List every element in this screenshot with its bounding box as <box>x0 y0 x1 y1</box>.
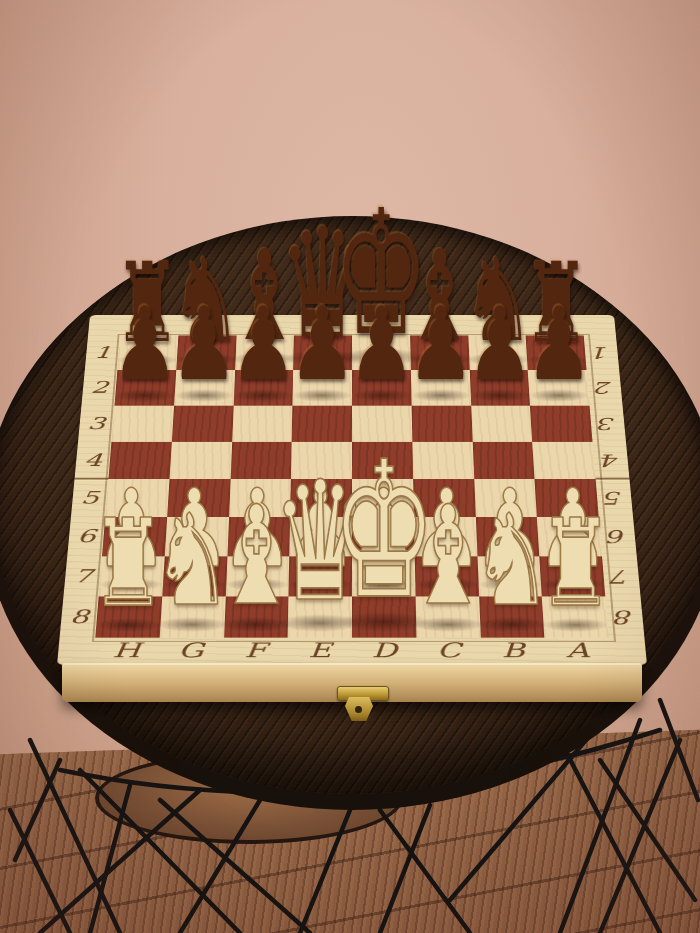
board-square-g2 <box>174 370 235 405</box>
rank-label: 5 <box>596 479 633 517</box>
board-square-h6 <box>102 517 167 556</box>
board-square-e2 <box>293 370 352 405</box>
board-square-g7 <box>162 556 227 596</box>
board-square-b2 <box>469 370 530 405</box>
board-square-c1 <box>410 335 469 370</box>
board-square-a5 <box>535 479 599 517</box>
file-label-b: B <box>480 638 546 665</box>
board-square-d4 <box>352 442 413 479</box>
board-square-e7 <box>289 556 352 596</box>
board-square-f1 <box>235 335 294 370</box>
file-label-c: C <box>416 638 481 665</box>
file-label-h: H <box>93 638 159 665</box>
board-square-d6 <box>352 517 414 556</box>
board-square-d7 <box>352 556 415 596</box>
board-square-d5 <box>352 479 414 517</box>
rank-label: 7 <box>63 556 102 596</box>
board-square-d8 <box>352 596 416 637</box>
board-square-g4 <box>169 442 231 479</box>
board-square-h4 <box>108 442 171 479</box>
rank-label: 1 <box>85 335 120 370</box>
file-label-g: G <box>158 638 224 665</box>
board-square-a8 <box>542 596 609 637</box>
board-square-b5 <box>474 479 537 517</box>
rank-label: 2 <box>81 370 117 405</box>
board-square-h5 <box>105 479 169 517</box>
board-square-h3 <box>111 405 173 441</box>
board-square-e5 <box>290 479 352 517</box>
board-square-h2 <box>114 370 176 405</box>
product-photo-scene: 1122334455667788HGFEDCBA ♜♞♝♛♚♝♞♜♟♟♟♟♟♟♟… <box>0 0 700 933</box>
rank-label: 6 <box>67 517 105 556</box>
board-square-d1 <box>352 335 411 370</box>
board-square-e3 <box>292 405 352 441</box>
rank-label: 4 <box>75 442 112 479</box>
rank-label: 3 <box>590 405 626 441</box>
board-square-b4 <box>472 442 534 479</box>
board-square-f8 <box>224 596 289 637</box>
board-square-f3 <box>232 405 293 441</box>
board-square-b7 <box>477 556 542 596</box>
board-square-c3 <box>411 405 472 441</box>
board-square-d2 <box>352 370 411 405</box>
board-square-c7 <box>414 556 478 596</box>
brass-clasp-hole <box>355 706 362 713</box>
board-square-a7 <box>539 556 605 596</box>
board-square-g8 <box>159 596 225 637</box>
board-square-b1 <box>468 335 528 370</box>
board-square-f7 <box>225 556 289 596</box>
board-square-b8 <box>479 596 545 637</box>
board-square-f4 <box>230 442 292 479</box>
board-square-c2 <box>411 370 471 405</box>
rank-label: 6 <box>599 517 637 556</box>
board-square-e4 <box>291 442 352 479</box>
board-square-e1 <box>293 335 352 370</box>
rank-label: 2 <box>587 370 623 405</box>
board-square-b3 <box>471 405 533 441</box>
board-square-e6 <box>290 517 352 556</box>
board-square-a6 <box>537 517 602 556</box>
board-square-f5 <box>229 479 291 517</box>
board-square-c6 <box>414 517 477 556</box>
board-square-b6 <box>475 517 539 556</box>
board-square-g1 <box>176 335 236 370</box>
board-square-d3 <box>352 405 412 441</box>
rank-label: 5 <box>71 479 108 517</box>
rank-label: 1 <box>584 335 619 370</box>
rank-label: 8 <box>605 596 644 637</box>
board-square-g3 <box>172 405 234 441</box>
file-label-e: E <box>287 638 352 665</box>
file-label-d: D <box>352 638 417 665</box>
rank-label: 4 <box>593 442 630 479</box>
board-square-f6 <box>227 517 290 556</box>
rank-label: 7 <box>602 556 641 596</box>
rank-label: 8 <box>60 596 99 637</box>
rank-label: 3 <box>78 405 114 441</box>
board-square-c4 <box>412 442 474 479</box>
board-square-h7 <box>99 556 165 596</box>
file-label-a: A <box>545 638 611 665</box>
board-square-c8 <box>415 596 480 637</box>
board-square-a1 <box>526 335 587 370</box>
board-square-h1 <box>117 335 178 370</box>
board-square-h8 <box>95 596 162 637</box>
board-square-a4 <box>532 442 595 479</box>
board-square-g5 <box>167 479 230 517</box>
board-square-f2 <box>233 370 293 405</box>
file-label-f: F <box>223 638 288 665</box>
board-square-c5 <box>413 479 475 517</box>
board-square-a2 <box>528 370 590 405</box>
board-square-g6 <box>165 517 229 556</box>
chessboard: 1122334455667788HGFEDCBA <box>57 315 647 665</box>
board-square-e8 <box>288 596 352 637</box>
board-square-a3 <box>530 405 592 441</box>
